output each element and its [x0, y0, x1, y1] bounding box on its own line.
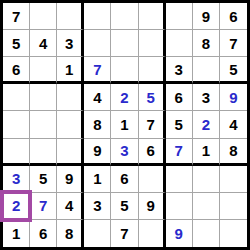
cell-r4c9[interactable]: 9 — [220, 84, 247, 111]
cell-r4c8[interactable]: 3 — [193, 84, 220, 111]
cell-r4c6[interactable]: 5 — [139, 84, 166, 111]
cell-r4c5[interactable]: 2 — [111, 84, 138, 111]
cell-r7c2[interactable]: 5 — [30, 166, 57, 193]
cell-r5c3[interactable] — [57, 111, 84, 138]
cell-r2c4[interactable] — [84, 30, 111, 57]
cell-r4c2[interactable] — [30, 84, 57, 111]
cell-r3c7[interactable]: 3 — [166, 57, 193, 84]
cell-r8c4[interactable]: 3 — [84, 193, 111, 220]
cell-r6c8[interactable]: 1 — [193, 139, 220, 166]
cell-r9c7[interactable]: 9 — [166, 220, 193, 247]
cell-r1c8[interactable]: 9 — [193, 3, 220, 30]
cell-r9c1[interactable]: 1 — [3, 220, 30, 247]
cell-r3c8[interactable] — [193, 57, 220, 84]
cell-r6c6[interactable]: 6 — [139, 139, 166, 166]
cell-r2c2[interactable]: 4 — [30, 30, 57, 57]
cell-r5c5[interactable]: 1 — [111, 111, 138, 138]
cell-r4c1[interactable] — [3, 84, 30, 111]
cell-r4c4[interactable]: 4 — [84, 84, 111, 111]
cell-r9c9[interactable] — [220, 220, 247, 247]
cell-r2c5[interactable] — [111, 30, 138, 57]
cell-r8c8[interactable] — [193, 193, 220, 220]
cell-r9c8[interactable] — [193, 220, 220, 247]
cell-r7c9[interactable] — [220, 166, 247, 193]
cell-r9c3[interactable]: 8 — [57, 220, 84, 247]
cell-r8c7[interactable] — [166, 193, 193, 220]
cell-r9c2[interactable]: 6 — [30, 220, 57, 247]
cell-r5c1[interactable] — [3, 111, 30, 138]
cell-r1c9[interactable]: 6 — [220, 3, 247, 30]
cell-r1c6[interactable] — [139, 3, 166, 30]
sudoku-board: 7965438761735425639817524936718359162743… — [0, 0, 250, 250]
cell-r2c9[interactable]: 7 — [220, 30, 247, 57]
cell-r8c3[interactable]: 4 — [57, 193, 84, 220]
cell-r5c7[interactable]: 5 — [166, 111, 193, 138]
cell-r9c6[interactable] — [139, 220, 166, 247]
cell-r2c3[interactable]: 3 — [57, 30, 84, 57]
cell-r5c4[interactable]: 8 — [84, 111, 111, 138]
cell-r7c6[interactable] — [139, 166, 166, 193]
cell-r6c7[interactable]: 7 — [166, 139, 193, 166]
cell-r9c4[interactable] — [84, 220, 111, 247]
cell-r3c1[interactable]: 6 — [3, 57, 30, 84]
cell-r3c3[interactable]: 1 — [57, 57, 84, 84]
cell-r1c1[interactable]: 7 — [3, 3, 30, 30]
cell-r6c4[interactable]: 9 — [84, 139, 111, 166]
cell-r2c8[interactable]: 8 — [193, 30, 220, 57]
cell-r3c6[interactable] — [139, 57, 166, 84]
cell-r8c2[interactable]: 7 — [30, 193, 57, 220]
cell-r7c8[interactable] — [193, 166, 220, 193]
cell-r6c2[interactable] — [30, 139, 57, 166]
cell-r7c5[interactable]: 6 — [111, 166, 138, 193]
cell-r1c3[interactable] — [57, 3, 84, 30]
cell-r6c9[interactable]: 8 — [220, 139, 247, 166]
cell-r7c4[interactable]: 1 — [84, 166, 111, 193]
cell-r1c2[interactable] — [30, 3, 57, 30]
cell-r3c9[interactable]: 5 — [220, 57, 247, 84]
cell-r2c1[interactable]: 5 — [3, 30, 30, 57]
cell-r8c1[interactable]: 2 — [3, 193, 30, 220]
cell-r1c7[interactable] — [166, 3, 193, 30]
cell-r7c3[interactable]: 9 — [57, 166, 84, 193]
cell-r8c5[interactable]: 5 — [111, 193, 138, 220]
cell-r2c7[interactable] — [166, 30, 193, 57]
cell-r5c6[interactable]: 7 — [139, 111, 166, 138]
cell-r6c3[interactable] — [57, 139, 84, 166]
cell-r3c4[interactable]: 7 — [84, 57, 111, 84]
cell-r8c9[interactable] — [220, 193, 247, 220]
cell-r4c3[interactable] — [57, 84, 84, 111]
cell-r7c7[interactable] — [166, 166, 193, 193]
cell-r3c5[interactable] — [111, 57, 138, 84]
cell-r3c2[interactable] — [30, 57, 57, 84]
cell-r4c7[interactable]: 6 — [166, 84, 193, 111]
cell-r6c1[interactable] — [3, 139, 30, 166]
cell-r8c6[interactable]: 9 — [139, 193, 166, 220]
cell-r6c5[interactable]: 3 — [111, 139, 138, 166]
cell-r5c9[interactable]: 4 — [220, 111, 247, 138]
cell-r9c5[interactable]: 7 — [111, 220, 138, 247]
cell-r2c6[interactable] — [139, 30, 166, 57]
cell-r1c5[interactable] — [111, 3, 138, 30]
cell-r5c8[interactable]: 2 — [193, 111, 220, 138]
cell-r5c2[interactable] — [30, 111, 57, 138]
cell-r1c4[interactable] — [84, 3, 111, 30]
cell-r7c1[interactable]: 3 — [3, 166, 30, 193]
